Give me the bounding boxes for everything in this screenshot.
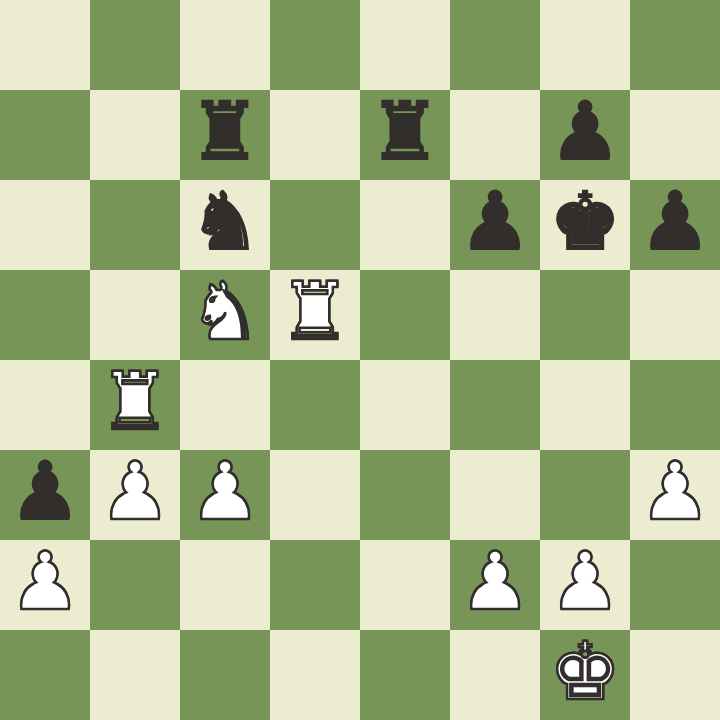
piece-black-pawn-a3[interactable]: ♟ — [0, 450, 90, 540]
piece-white-king-g1[interactable]: ♚ — [540, 630, 630, 720]
square-b6[interactable] — [90, 180, 180, 270]
square-a3[interactable]: ♟ — [0, 450, 90, 540]
piece-black-pawn-h6[interactable]: ♟ — [630, 180, 720, 270]
square-a6[interactable] — [0, 180, 90, 270]
square-c4[interactable] — [180, 360, 270, 450]
square-a4[interactable] — [0, 360, 90, 450]
square-g3[interactable] — [540, 450, 630, 540]
square-c8[interactable] — [180, 0, 270, 90]
square-f2[interactable]: ♟ — [450, 540, 540, 630]
square-a2[interactable]: ♟ — [0, 540, 90, 630]
piece-black-rook-c7[interactable]: ♜ — [180, 90, 270, 180]
square-f4[interactable] — [450, 360, 540, 450]
square-f6[interactable]: ♟ — [450, 180, 540, 270]
square-b5[interactable] — [90, 270, 180, 360]
square-d7[interactable] — [270, 90, 360, 180]
piece-white-rook-d5[interactable]: ♜ — [270, 270, 360, 360]
square-h1[interactable] — [630, 630, 720, 720]
piece-black-pawn-f6[interactable]: ♟ — [450, 180, 540, 270]
square-d5[interactable]: ♜ — [270, 270, 360, 360]
square-c6[interactable]: ♞ — [180, 180, 270, 270]
square-a5[interactable] — [0, 270, 90, 360]
square-d2[interactable] — [270, 540, 360, 630]
square-b4[interactable]: ♜ — [90, 360, 180, 450]
piece-white-pawn-b3[interactable]: ♟ — [90, 450, 180, 540]
piece-white-pawn-f2[interactable]: ♟ — [450, 540, 540, 630]
square-f1[interactable] — [450, 630, 540, 720]
square-b1[interactable] — [90, 630, 180, 720]
square-g2[interactable]: ♟ — [540, 540, 630, 630]
square-f7[interactable] — [450, 90, 540, 180]
square-h6[interactable]: ♟ — [630, 180, 720, 270]
square-e2[interactable] — [360, 540, 450, 630]
square-a7[interactable] — [0, 90, 90, 180]
square-e8[interactable] — [360, 0, 450, 90]
square-e7[interactable]: ♜ — [360, 90, 450, 180]
square-d4[interactable] — [270, 360, 360, 450]
square-b7[interactable] — [90, 90, 180, 180]
square-e4[interactable] — [360, 360, 450, 450]
square-h2[interactable] — [630, 540, 720, 630]
square-c5[interactable]: ♞ — [180, 270, 270, 360]
piece-black-knight-c6[interactable]: ♞ — [180, 180, 270, 270]
piece-white-pawn-h3[interactable]: ♟ — [630, 450, 720, 540]
square-f5[interactable] — [450, 270, 540, 360]
square-a1[interactable] — [0, 630, 90, 720]
square-h8[interactable] — [630, 0, 720, 90]
square-g8[interactable] — [540, 0, 630, 90]
square-b8[interactable] — [90, 0, 180, 90]
square-h7[interactable] — [630, 90, 720, 180]
square-e5[interactable] — [360, 270, 450, 360]
square-h3[interactable]: ♟ — [630, 450, 720, 540]
square-b3[interactable]: ♟ — [90, 450, 180, 540]
piece-white-knight-c5[interactable]: ♞ — [180, 270, 270, 360]
piece-black-rook-e7[interactable]: ♜ — [360, 90, 450, 180]
square-e3[interactable] — [360, 450, 450, 540]
square-g6[interactable]: ♚ — [540, 180, 630, 270]
piece-black-king-g6[interactable]: ♚ — [540, 180, 630, 270]
square-d8[interactable] — [270, 0, 360, 90]
square-g1[interactable]: ♚ — [540, 630, 630, 720]
square-f3[interactable] — [450, 450, 540, 540]
piece-white-rook-b4[interactable]: ♜ — [90, 360, 180, 450]
square-d3[interactable] — [270, 450, 360, 540]
piece-white-pawn-c3[interactable]: ♟ — [180, 450, 270, 540]
square-g5[interactable] — [540, 270, 630, 360]
square-f8[interactable] — [450, 0, 540, 90]
square-c2[interactable] — [180, 540, 270, 630]
square-g7[interactable]: ♟ — [540, 90, 630, 180]
square-c1[interactable] — [180, 630, 270, 720]
square-b2[interactable] — [90, 540, 180, 630]
square-c3[interactable]: ♟ — [180, 450, 270, 540]
square-d1[interactable] — [270, 630, 360, 720]
square-d6[interactable] — [270, 180, 360, 270]
chess-board: ♜♜♟♞♟♚♟♞♜♜♟♟♟♟♟♟♟♚ — [0, 0, 720, 720]
piece-black-pawn-g7[interactable]: ♟ — [540, 90, 630, 180]
square-g4[interactable] — [540, 360, 630, 450]
piece-white-pawn-a2[interactable]: ♟ — [0, 540, 90, 630]
piece-white-pawn-g2[interactable]: ♟ — [540, 540, 630, 630]
square-h4[interactable] — [630, 360, 720, 450]
square-a8[interactable] — [0, 0, 90, 90]
square-e6[interactable] — [360, 180, 450, 270]
square-h5[interactable] — [630, 270, 720, 360]
square-e1[interactable] — [360, 630, 450, 720]
square-c7[interactable]: ♜ — [180, 90, 270, 180]
